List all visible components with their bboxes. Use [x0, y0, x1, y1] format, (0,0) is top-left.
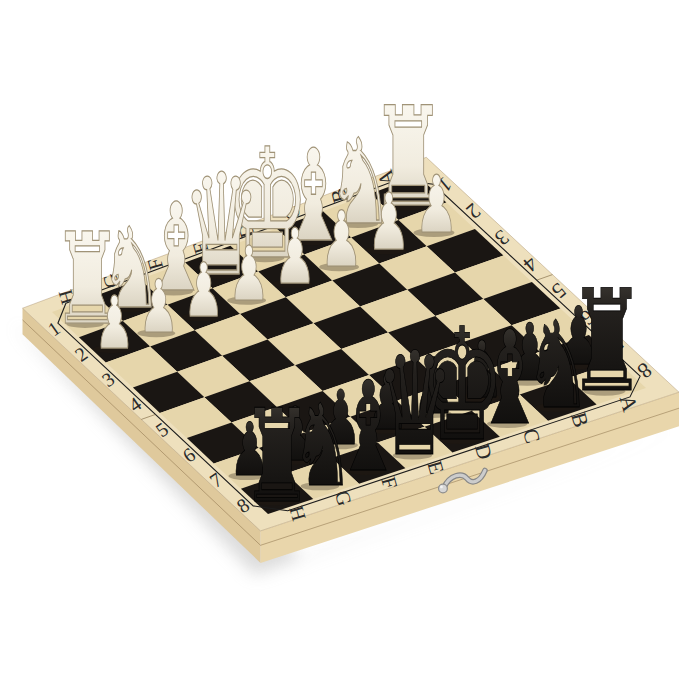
- piece-white-pawn-c2[interactable]: ♟: [320, 194, 363, 284]
- piece-white-pawn-f2[interactable]: ♟: [183, 246, 224, 334]
- piece-white-pawn-g2[interactable]: ♟: [138, 264, 179, 349]
- piece-white-pawn-h2[interactable]: ♟: [94, 281, 134, 365]
- piece-white-pawn-b2[interactable]: ♟: [367, 177, 411, 267]
- piece-white-pawn-e2[interactable]: ♟: [228, 230, 270, 318]
- piece-black-rook-h8[interactable]: ♜: [241, 382, 312, 531]
- photo-stage: 11HH22GG33FF44EE55DD66CC77BB88AA♜♞♟♝♟♚♟♛…: [0, 0, 700, 700]
- chessboard-photo: 11HH22GG33FF44EE55DD66CC77BB88AA♜♞♟♝♟♚♟♛…: [0, 0, 700, 700]
- piece-white-pawn-a2[interactable]: ♟: [414, 158, 458, 251]
- piece-white-pawn-d2[interactable]: ♟: [274, 212, 316, 301]
